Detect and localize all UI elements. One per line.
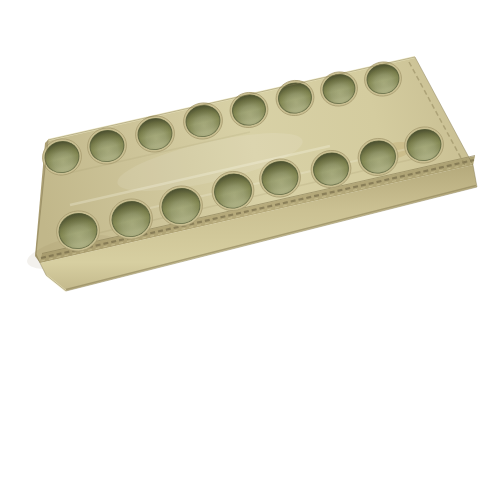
photo-canvas [0, 0, 500, 500]
mancala-board-photo [0, 0, 500, 500]
